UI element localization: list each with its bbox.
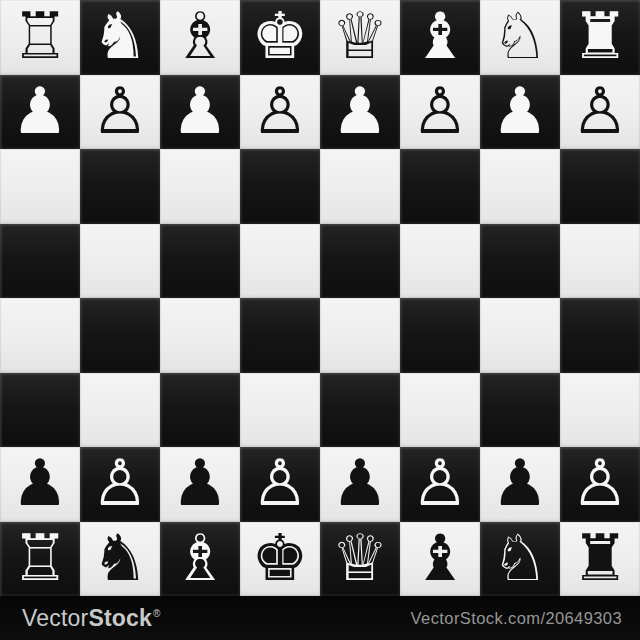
square-a2[interactable]: ♟ xyxy=(0,447,80,522)
square-f2[interactable]: ♙ xyxy=(400,447,480,522)
square-g3[interactable] xyxy=(480,373,560,448)
black-pawn: ♙ xyxy=(571,451,628,515)
white-pawn: ♙ xyxy=(251,79,308,143)
square-c2[interactable]: ♟ xyxy=(160,447,240,522)
stock-image-page: ♖♞♗♚♕♝♘♜♟♙♟♙♟♙♟♙♟♙♟♙♟♙♟♙♖♞♗♚♕♝♘♜ VectorS… xyxy=(0,0,640,640)
square-e7[interactable]: ♟ xyxy=(320,75,400,150)
square-e8[interactable]: ♕ xyxy=(320,0,400,75)
black-knight: ♞ xyxy=(91,526,148,590)
square-c3[interactable] xyxy=(160,373,240,448)
white-pawn: ♙ xyxy=(411,79,468,143)
vectorstock-logo: VectorStock® xyxy=(22,605,161,632)
white-bishop: ♝ xyxy=(411,4,468,68)
square-g2[interactable]: ♟ xyxy=(480,447,560,522)
square-g4[interactable] xyxy=(480,298,560,373)
watermark-url: VectorStock.com/20649303 xyxy=(411,609,622,628)
white-pawn: ♟ xyxy=(11,79,68,143)
square-h5[interactable] xyxy=(560,224,640,299)
square-c5[interactable] xyxy=(160,224,240,299)
square-h7[interactable]: ♙ xyxy=(560,75,640,150)
black-pawn: ♙ xyxy=(251,451,308,515)
square-a1[interactable]: ♖ xyxy=(0,522,80,597)
square-g6[interactable] xyxy=(480,149,560,224)
black-pawn: ♟ xyxy=(331,451,388,515)
square-h2[interactable]: ♙ xyxy=(560,447,640,522)
square-f8[interactable]: ♝ xyxy=(400,0,480,75)
square-f7[interactable]: ♙ xyxy=(400,75,480,150)
square-b3[interactable] xyxy=(80,373,160,448)
black-pawn: ♙ xyxy=(91,451,148,515)
square-c4[interactable] xyxy=(160,298,240,373)
square-a8[interactable]: ♖ xyxy=(0,0,80,75)
square-d1[interactable]: ♚ xyxy=(240,522,320,597)
square-d5[interactable] xyxy=(240,224,320,299)
white-knight: ♞ xyxy=(91,4,148,68)
white-bishop: ♗ xyxy=(171,4,228,68)
square-b2[interactable]: ♙ xyxy=(80,447,160,522)
black-knight: ♘ xyxy=(491,526,548,590)
square-c1[interactable]: ♗ xyxy=(160,522,240,597)
square-b5[interactable] xyxy=(80,224,160,299)
white-pawn: ♟ xyxy=(491,79,548,143)
white-rook: ♖ xyxy=(11,4,68,68)
white-knight: ♘ xyxy=(491,4,548,68)
chess-board: ♖♞♗♚♕♝♘♜♟♙♟♙♟♙♟♙♟♙♟♙♟♙♟♙♖♞♗♚♕♝♘♜ xyxy=(0,0,640,596)
white-pawn: ♟ xyxy=(331,79,388,143)
square-a6[interactable] xyxy=(0,149,80,224)
watermark-footer: VectorStock® VectorStock.com/20649303 xyxy=(0,596,640,640)
black-rook: ♜ xyxy=(571,526,628,590)
square-d8[interactable]: ♚ xyxy=(240,0,320,75)
square-d3[interactable] xyxy=(240,373,320,448)
square-e4[interactable] xyxy=(320,298,400,373)
square-f5[interactable] xyxy=(400,224,480,299)
square-a7[interactable]: ♟ xyxy=(0,75,80,150)
square-a3[interactable] xyxy=(0,373,80,448)
square-g1[interactable]: ♘ xyxy=(480,522,560,597)
square-b8[interactable]: ♞ xyxy=(80,0,160,75)
square-b6[interactable] xyxy=(80,149,160,224)
square-d4[interactable] xyxy=(240,298,320,373)
black-pawn: ♙ xyxy=(411,451,468,515)
square-f4[interactable] xyxy=(400,298,480,373)
square-f1[interactable]: ♝ xyxy=(400,522,480,597)
square-c6[interactable] xyxy=(160,149,240,224)
registered-mark: ® xyxy=(153,608,161,619)
square-c7[interactable]: ♟ xyxy=(160,75,240,150)
square-e1[interactable]: ♕ xyxy=(320,522,400,597)
square-h6[interactable] xyxy=(560,149,640,224)
logo-text-bold: Stock xyxy=(88,605,152,631)
square-f3[interactable] xyxy=(400,373,480,448)
square-g8[interactable]: ♘ xyxy=(480,0,560,75)
square-f6[interactable] xyxy=(400,149,480,224)
square-h8[interactable]: ♜ xyxy=(560,0,640,75)
black-pawn: ♟ xyxy=(11,451,68,515)
square-b1[interactable]: ♞ xyxy=(80,522,160,597)
square-d2[interactable]: ♙ xyxy=(240,447,320,522)
square-h4[interactable] xyxy=(560,298,640,373)
square-e6[interactable] xyxy=(320,149,400,224)
square-g7[interactable]: ♟ xyxy=(480,75,560,150)
square-b7[interactable]: ♙ xyxy=(80,75,160,150)
square-e2[interactable]: ♟ xyxy=(320,447,400,522)
square-h1[interactable]: ♜ xyxy=(560,522,640,597)
square-h3[interactable] xyxy=(560,373,640,448)
black-pawn: ♟ xyxy=(171,451,228,515)
square-a4[interactable] xyxy=(0,298,80,373)
square-d7[interactable]: ♙ xyxy=(240,75,320,150)
white-rook: ♜ xyxy=(571,4,628,68)
square-b4[interactable] xyxy=(80,298,160,373)
square-d6[interactable] xyxy=(240,149,320,224)
square-e5[interactable] xyxy=(320,224,400,299)
logo-text-light: Vector xyxy=(22,605,88,631)
square-a5[interactable] xyxy=(0,224,80,299)
black-queen: ♕ xyxy=(331,526,388,590)
white-pawn: ♙ xyxy=(91,79,148,143)
white-pawn: ♟ xyxy=(171,79,228,143)
black-bishop: ♗ xyxy=(171,526,228,590)
white-pawn: ♙ xyxy=(571,79,628,143)
square-e3[interactable] xyxy=(320,373,400,448)
black-pawn: ♟ xyxy=(491,451,548,515)
square-g5[interactable] xyxy=(480,224,560,299)
black-king: ♚ xyxy=(251,526,308,590)
white-king: ♚ xyxy=(251,4,308,68)
black-bishop: ♝ xyxy=(411,526,468,590)
square-c8[interactable]: ♗ xyxy=(160,0,240,75)
black-rook: ♖ xyxy=(11,526,68,590)
white-queen: ♕ xyxy=(331,4,388,68)
